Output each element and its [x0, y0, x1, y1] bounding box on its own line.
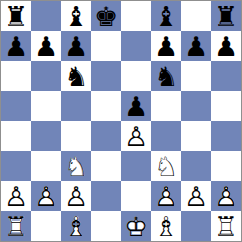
square-g6[interactable]: [181, 61, 211, 91]
square-d1[interactable]: [91, 211, 121, 241]
square-f4[interactable]: [151, 121, 181, 151]
square-b2[interactable]: ♟♙: [31, 181, 61, 211]
square-e7[interactable]: [121, 31, 151, 61]
black-rook-icon: ♜: [211, 1, 241, 31]
white-pawn-piece[interactable]: ♟♙: [121, 121, 151, 151]
square-b3[interactable]: [31, 151, 61, 181]
square-c4[interactable]: [61, 121, 91, 151]
square-c5[interactable]: [61, 91, 91, 121]
square-c8[interactable]: ♝: [61, 1, 91, 31]
square-a3[interactable]: [1, 151, 31, 181]
square-e3[interactable]: [121, 151, 151, 181]
square-h5[interactable]: [211, 91, 241, 121]
square-a6[interactable]: [1, 61, 31, 91]
square-c2[interactable]: ♟♙: [61, 181, 91, 211]
square-d2[interactable]: [91, 181, 121, 211]
black-bishop-icon: ♝: [151, 1, 181, 31]
square-b5[interactable]: [31, 91, 61, 121]
black-pawn-icon: ♟: [31, 31, 61, 61]
square-e1[interactable]: ♚♔: [121, 211, 151, 241]
white-pawn-icon: ♙: [181, 181, 211, 211]
square-h6[interactable]: [211, 61, 241, 91]
square-c7[interactable]: ♟: [61, 31, 91, 61]
square-h7[interactable]: ♟: [211, 31, 241, 61]
white-bishop-piece[interactable]: ♝♗: [151, 211, 181, 241]
black-knight-icon: ♞: [151, 61, 181, 91]
black-bishop-icon: ♝: [61, 1, 91, 31]
square-b1[interactable]: [31, 211, 61, 241]
square-d7[interactable]: [91, 31, 121, 61]
square-g5[interactable]: [181, 91, 211, 121]
square-e6[interactable]: [121, 61, 151, 91]
black-pawn-icon: ♟: [151, 31, 181, 61]
square-g7[interactable]: ♟: [181, 31, 211, 61]
square-h4[interactable]: [211, 121, 241, 151]
square-e2[interactable]: [121, 181, 151, 211]
square-g2[interactable]: ♟♙: [181, 181, 211, 211]
black-pawn-piece[interactable]: ♟: [151, 31, 181, 61]
square-e5[interactable]: ♟: [121, 91, 151, 121]
white-pawn-icon: ♙: [31, 181, 61, 211]
square-c6[interactable]: ♞: [61, 61, 91, 91]
square-a1[interactable]: ♜♖: [1, 211, 31, 241]
black-pawn-icon: ♟: [121, 91, 151, 121]
white-knight-icon: ♘: [151, 151, 181, 181]
square-f1[interactable]: ♝♗: [151, 211, 181, 241]
white-pawn-icon: ♙: [211, 181, 241, 211]
white-rook-icon: ♖: [211, 211, 241, 241]
square-d5[interactable]: [91, 91, 121, 121]
black-pawn-icon: ♟: [1, 31, 31, 61]
square-g1[interactable]: [181, 211, 211, 241]
black-knight-icon: ♞: [61, 61, 91, 91]
square-h8[interactable]: ♜: [211, 1, 241, 31]
white-rook-piece[interactable]: ♜♖: [211, 211, 241, 241]
white-rook-icon: ♖: [1, 211, 31, 241]
black-pawn-piece[interactable]: ♟: [181, 31, 211, 61]
white-rook-piece[interactable]: ♜♖: [1, 211, 31, 241]
black-rook-icon: ♜: [1, 1, 31, 31]
chess-board-frame: ♜♝♚♝♜♟♟♟♟♟♟♞♞♟♟♙♞♘♞♘♟♙♟♙♟♙♟♙♟♙♟♙♜♖♝♗♚♔♝♗…: [0, 0, 242, 242]
square-d8[interactable]: ♚: [91, 1, 121, 31]
black-pawn-piece[interactable]: ♟: [121, 91, 151, 121]
white-bishop-icon: ♗: [151, 211, 181, 241]
white-pawn-icon: ♙: [151, 181, 181, 211]
square-f5[interactable]: [151, 91, 181, 121]
square-a2[interactable]: ♟♙: [1, 181, 31, 211]
black-pawn-piece[interactable]: ♟: [61, 31, 91, 61]
square-g8[interactable]: [181, 1, 211, 31]
square-h2[interactable]: ♟♙: [211, 181, 241, 211]
black-pawn-piece[interactable]: ♟: [1, 31, 31, 61]
square-g3[interactable]: [181, 151, 211, 181]
white-king-icon: ♔: [121, 211, 151, 241]
black-pawn-icon: ♟: [61, 31, 91, 61]
black-king-piece[interactable]: ♚: [91, 1, 121, 31]
white-pawn-piece[interactable]: ♟♙: [1, 181, 31, 211]
square-d3[interactable]: [91, 151, 121, 181]
square-d6[interactable]: [91, 61, 121, 91]
black-pawn-icon: ♟: [211, 31, 241, 61]
white-pawn-piece[interactable]: ♟♙: [61, 181, 91, 211]
black-bishop-piece[interactable]: ♝: [151, 1, 181, 31]
square-f2[interactable]: ♟♙: [151, 181, 181, 211]
black-pawn-icon: ♟: [181, 31, 211, 61]
black-rook-piece[interactable]: ♜: [211, 1, 241, 31]
black-knight-piece[interactable]: ♞: [151, 61, 181, 91]
white-king-piece[interactable]: ♚♔: [121, 211, 151, 241]
white-pawn-piece[interactable]: ♟♙: [151, 181, 181, 211]
white-bishop-piece[interactable]: ♝♗: [61, 211, 91, 241]
black-rook-piece[interactable]: ♜: [1, 1, 31, 31]
square-a4[interactable]: [1, 121, 31, 151]
black-knight-piece[interactable]: ♞: [61, 61, 91, 91]
black-pawn-piece[interactable]: ♟: [211, 31, 241, 61]
chess-board: ♜♝♚♝♜♟♟♟♟♟♟♞♞♟♟♙♞♘♞♘♟♙♟♙♟♙♟♙♟♙♟♙♜♖♝♗♚♔♝♗…: [1, 1, 241, 241]
white-bishop-icon: ♗: [61, 211, 91, 241]
white-knight-piece[interactable]: ♞♘: [151, 151, 181, 181]
square-b8[interactable]: [31, 1, 61, 31]
square-h3[interactable]: [211, 151, 241, 181]
white-knight-piece[interactable]: ♞♘: [61, 151, 91, 181]
white-pawn-icon: ♙: [121, 121, 151, 151]
square-f6[interactable]: ♞: [151, 61, 181, 91]
square-e4[interactable]: ♟♙: [121, 121, 151, 151]
square-a7[interactable]: ♟: [1, 31, 31, 61]
white-pawn-icon: ♙: [1, 181, 31, 211]
square-a5[interactable]: [1, 91, 31, 121]
white-pawn-icon: ♙: [61, 181, 91, 211]
black-pawn-piece[interactable]: ♟: [31, 31, 61, 61]
square-f3[interactable]: ♞♘: [151, 151, 181, 181]
square-c3[interactable]: ♞♘: [61, 151, 91, 181]
square-e8[interactable]: [121, 1, 151, 31]
square-b6[interactable]: [31, 61, 61, 91]
square-c1[interactable]: ♝♗: [61, 211, 91, 241]
square-b7[interactable]: ♟: [31, 31, 61, 61]
black-bishop-piece[interactable]: ♝: [61, 1, 91, 31]
square-f7[interactable]: ♟: [151, 31, 181, 61]
black-king-icon: ♚: [91, 1, 121, 31]
square-b4[interactable]: [31, 121, 61, 151]
white-knight-icon: ♘: [61, 151, 91, 181]
square-f8[interactable]: ♝: [151, 1, 181, 31]
square-a8[interactable]: ♜: [1, 1, 31, 31]
square-d4[interactable]: [91, 121, 121, 151]
square-h1[interactable]: ♜♖: [211, 211, 241, 241]
white-pawn-piece[interactable]: ♟♙: [181, 181, 211, 211]
square-g4[interactable]: [181, 121, 211, 151]
white-pawn-piece[interactable]: ♟♙: [211, 181, 241, 211]
white-pawn-piece[interactable]: ♟♙: [31, 181, 61, 211]
